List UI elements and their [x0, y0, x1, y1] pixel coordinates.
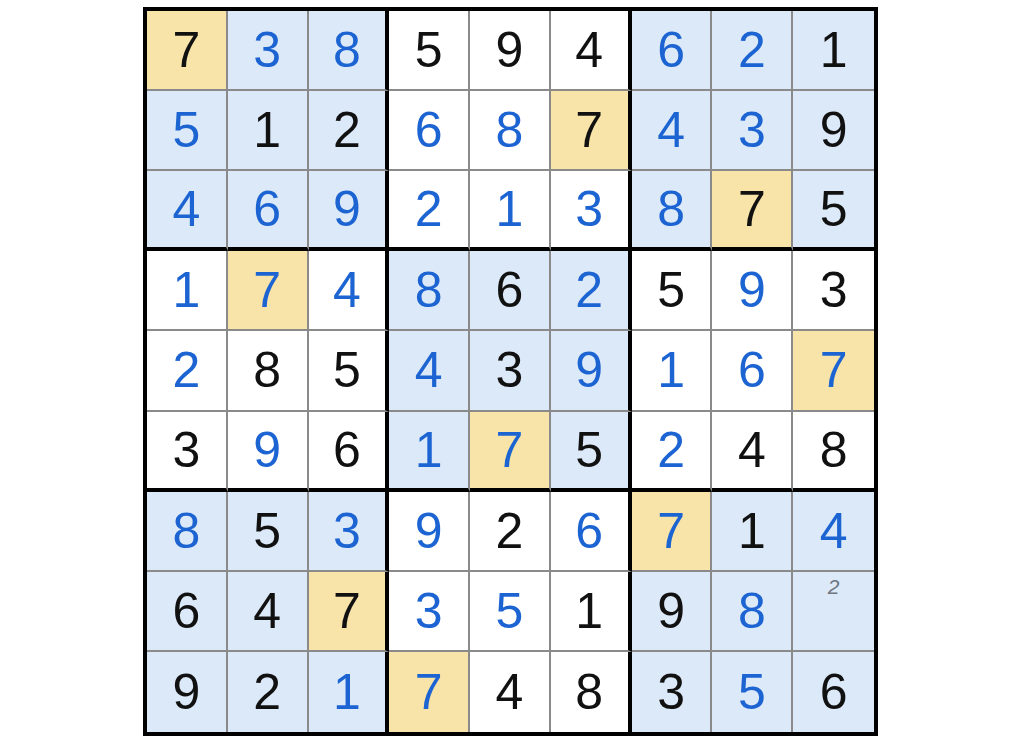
cell-r5c2[interactable]: 8 [228, 331, 309, 411]
cell-r9c8[interactable]: 5 [712, 652, 793, 732]
cell-r6c3[interactable]: 6 [309, 412, 390, 492]
given-digit: 9 [820, 105, 848, 155]
given-digit: 7 [333, 586, 361, 636]
user-digit: 7 [415, 667, 443, 717]
cell-r7c7[interactable]: 7 [632, 492, 713, 572]
given-digit: 5 [820, 184, 848, 234]
cell-r5c1[interactable]: 2 [147, 331, 228, 411]
user-digit: 8 [496, 105, 524, 155]
cell-r4c2[interactable]: 7 [228, 251, 309, 331]
user-digit: 7 [657, 506, 685, 556]
cell-r9c4[interactable]: 7 [389, 652, 470, 732]
user-digit: 3 [575, 184, 603, 234]
given-digit: 8 [575, 667, 603, 717]
user-digit: 8 [172, 506, 200, 556]
user-digit: 7 [253, 265, 281, 315]
cell-r7c5[interactable]: 2 [470, 492, 551, 572]
cell-r7c3[interactable]: 3 [309, 492, 390, 572]
user-digit: 2 [415, 184, 443, 234]
user-digit: 3 [738, 105, 766, 155]
given-digit: 3 [172, 425, 200, 475]
cell-r5c8[interactable]: 6 [712, 331, 793, 411]
cell-r1c4[interactable]: 5 [389, 11, 470, 91]
given-digit: 8 [253, 345, 281, 395]
cell-r8c9[interactable]: 2 [793, 572, 874, 652]
cell-r5c9[interactable]: 7 [793, 331, 874, 411]
cell-r5c5[interactable]: 3 [470, 331, 551, 411]
cell-r8c4[interactable]: 3 [389, 572, 470, 652]
cell-r1c5[interactable]: 9 [470, 11, 551, 91]
cell-r3c3[interactable]: 9 [309, 171, 390, 251]
user-digit: 1 [333, 667, 361, 717]
cell-r2c4[interactable]: 6 [389, 91, 470, 171]
user-digit: 6 [738, 345, 766, 395]
cell-r3c7[interactable]: 8 [632, 171, 713, 251]
user-digit: 9 [253, 425, 281, 475]
user-digit: 8 [738, 586, 766, 636]
given-digit: 6 [333, 425, 361, 475]
cell-r6c9[interactable]: 8 [793, 412, 874, 492]
given-digit: 9 [172, 667, 200, 717]
given-digit: 7 [575, 105, 603, 155]
given-digit: 5 [333, 345, 361, 395]
cell-r7c2[interactable]: 5 [228, 492, 309, 572]
cell-r8c7[interactable]: 9 [632, 572, 713, 652]
cell-r4c1[interactable]: 1 [147, 251, 228, 331]
cell-r3c2[interactable]: 6 [228, 171, 309, 251]
given-digit: 4 [253, 586, 281, 636]
cell-r4c9[interactable]: 3 [793, 251, 874, 331]
cell-r6c2[interactable]: 9 [228, 412, 309, 492]
cell-r4c6[interactable]: 2 [551, 251, 632, 331]
cell-r4c7[interactable]: 5 [632, 251, 713, 331]
given-digit: 5 [415, 25, 443, 75]
cell-r2c3[interactable]: 2 [309, 91, 390, 171]
cell-r2c9[interactable]: 9 [793, 91, 874, 171]
cell-r1c7[interactable]: 6 [632, 11, 713, 91]
cell-r9c1[interactable]: 9 [147, 652, 228, 732]
given-digit: 2 [333, 105, 361, 155]
cell-r1c8[interactable]: 2 [712, 11, 793, 91]
cell-r2c6[interactable]: 7 [551, 91, 632, 171]
cell-r5c6[interactable]: 9 [551, 331, 632, 411]
given-digit: 8 [820, 425, 848, 475]
cell-r7c8[interactable]: 1 [712, 492, 793, 572]
cell-r2c2[interactable]: 1 [228, 91, 309, 171]
cell-r3c8[interactable]: 7 [712, 171, 793, 251]
cell-r1c1[interactable]: 7 [147, 11, 228, 91]
given-digit: 5 [657, 265, 685, 315]
cell-r2c1[interactable]: 5 [147, 91, 228, 171]
user-digit: 6 [575, 506, 603, 556]
cell-r2c7[interactable]: 4 [632, 91, 713, 171]
user-digit: 4 [820, 506, 848, 556]
cell-r6c8[interactable]: 4 [712, 412, 793, 492]
user-digit: 1 [415, 425, 443, 475]
page-background: 7385946215126874394692138751748625932854… [0, 0, 1024, 743]
user-digit: 9 [738, 265, 766, 315]
given-digit: 2 [496, 506, 524, 556]
given-digit: 3 [657, 667, 685, 717]
cell-r8c3[interactable]: 7 [309, 572, 390, 652]
cell-r6c1[interactable]: 3 [147, 412, 228, 492]
sudoku-board: 7385946215126874394692138751748625932854… [143, 7, 878, 736]
user-digit: 9 [333, 184, 361, 234]
given-digit: 1 [820, 25, 848, 75]
given-digit: 9 [496, 25, 524, 75]
cell-r6c7[interactable]: 2 [632, 412, 713, 492]
user-digit: 5 [496, 586, 524, 636]
cell-r8c8[interactable]: 8 [712, 572, 793, 652]
given-digit: 7 [738, 184, 766, 234]
user-digit: 7 [820, 345, 848, 395]
cell-r9c9[interactable]: 6 [793, 652, 874, 732]
user-digit: 1 [172, 265, 200, 315]
cell-r9c2[interactable]: 2 [228, 652, 309, 732]
cell-r6c4[interactable]: 1 [389, 412, 470, 492]
cell-r7c6[interactable]: 6 [551, 492, 632, 572]
cell-r9c7[interactable]: 3 [632, 652, 713, 732]
user-digit: 3 [415, 586, 443, 636]
given-digit: 5 [253, 506, 281, 556]
user-digit: 5 [738, 667, 766, 717]
cell-r6c5[interactable]: 7 [470, 412, 551, 492]
given-digit: 3 [496, 345, 524, 395]
user-digit: 9 [575, 345, 603, 395]
cell-r2c8[interactable]: 3 [712, 91, 793, 171]
cell-r9c5[interactable]: 4 [470, 652, 551, 732]
cell-r4c4[interactable]: 8 [389, 251, 470, 331]
user-digit: 6 [253, 184, 281, 234]
given-digit: 6 [172, 586, 200, 636]
cell-r3c6[interactable]: 3 [551, 171, 632, 251]
user-digit: 6 [415, 105, 443, 155]
given-digit: 7 [172, 25, 200, 75]
cell-r8c5[interactable]: 5 [470, 572, 551, 652]
cell-r5c4[interactable]: 4 [389, 331, 470, 411]
cell-r1c9[interactable]: 1 [793, 11, 874, 91]
cell-r6c6[interactable]: 5 [551, 412, 632, 492]
given-digit: 1 [738, 506, 766, 556]
given-digit: 3 [820, 265, 848, 315]
given-digit: 9 [657, 586, 685, 636]
given-digit: 2 [253, 667, 281, 717]
cell-r3c5[interactable]: 1 [470, 171, 551, 251]
given-digit: 4 [738, 425, 766, 475]
user-digit: 4 [657, 105, 685, 155]
cell-r4c8[interactable]: 9 [712, 251, 793, 331]
user-digit: 3 [253, 25, 281, 75]
cell-r8c1[interactable]: 6 [147, 572, 228, 652]
user-digit: 4 [333, 265, 361, 315]
user-digit: 9 [415, 506, 443, 556]
cell-r7c1[interactable]: 8 [147, 492, 228, 572]
user-digit: 4 [172, 184, 200, 234]
cell-r9c3[interactable]: 1 [309, 652, 390, 732]
user-digit: 3 [333, 506, 361, 556]
cell-r7c9[interactable]: 4 [793, 492, 874, 572]
cell-r5c3[interactable]: 5 [309, 331, 390, 411]
user-digit: 8 [415, 265, 443, 315]
given-digit: 1 [253, 105, 281, 155]
user-digit: 2 [172, 345, 200, 395]
cell-r4c3[interactable]: 4 [309, 251, 390, 331]
given-digit: 6 [820, 667, 848, 717]
user-digit: 2 [738, 25, 766, 75]
cell-r3c4[interactable]: 2 [389, 171, 470, 251]
cell-r4c5[interactable]: 6 [470, 251, 551, 331]
cell-r7c4[interactable]: 9 [389, 492, 470, 572]
cell-r1c3[interactable]: 8 [309, 11, 390, 91]
cell-r3c9[interactable]: 5 [793, 171, 874, 251]
user-digit: 1 [496, 184, 524, 234]
user-digit: 8 [333, 25, 361, 75]
user-digit: 2 [575, 265, 603, 315]
cell-r9c6[interactable]: 8 [551, 652, 632, 732]
user-digit: 4 [415, 345, 443, 395]
user-digit: 6 [657, 25, 685, 75]
user-digit: 5 [172, 105, 200, 155]
given-digit: 6 [496, 265, 524, 315]
user-digit: 2 [657, 425, 685, 475]
cell-r3c1[interactable]: 4 [147, 171, 228, 251]
cell-r1c6[interactable]: 4 [551, 11, 632, 91]
cell-r8c2[interactable]: 4 [228, 572, 309, 652]
cell-r1c2[interactable]: 3 [228, 11, 309, 91]
cell-r8c6[interactable]: 1 [551, 572, 632, 652]
given-digit: 1 [575, 586, 603, 636]
pencil-mark: 2 [820, 576, 847, 597]
user-digit: 7 [496, 425, 524, 475]
user-digit: 1 [657, 345, 685, 395]
given-digit: 4 [575, 25, 603, 75]
user-digit: 8 [657, 184, 685, 234]
cell-r5c7[interactable]: 1 [632, 331, 713, 411]
cell-r2c5[interactable]: 8 [470, 91, 551, 171]
given-digit: 5 [575, 425, 603, 475]
given-digit: 4 [496, 667, 524, 717]
